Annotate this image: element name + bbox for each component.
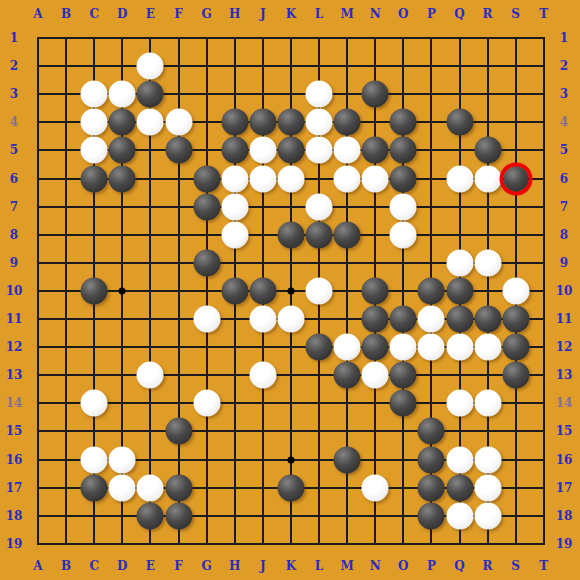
white-stone bbox=[418, 306, 445, 333]
black-stone bbox=[418, 277, 445, 304]
white-stone bbox=[474, 390, 501, 417]
black-stone bbox=[277, 474, 304, 501]
column-label-top: P bbox=[427, 8, 436, 20]
white-stone bbox=[81, 446, 108, 473]
row-label-right: 15 bbox=[556, 425, 573, 437]
black-stone bbox=[334, 446, 361, 473]
column-label-top: K bbox=[286, 8, 296, 20]
row-label-left: 1 bbox=[10, 32, 18, 44]
black-stone bbox=[221, 277, 248, 304]
white-stone bbox=[362, 474, 389, 501]
black-stone bbox=[418, 418, 445, 445]
column-label-top: N bbox=[370, 8, 381, 20]
white-stone bbox=[306, 109, 333, 136]
black-stone bbox=[474, 137, 501, 164]
row-label-right: 10 bbox=[556, 285, 573, 297]
black-stone bbox=[474, 306, 501, 333]
black-stone bbox=[390, 109, 417, 136]
black-stone bbox=[306, 334, 333, 361]
black-stone bbox=[418, 446, 445, 473]
white-stone bbox=[193, 306, 220, 333]
white-stone bbox=[249, 137, 276, 164]
black-stone bbox=[446, 277, 473, 304]
column-label-top: Q bbox=[454, 8, 464, 20]
black-stone bbox=[249, 109, 276, 136]
column-label-bottom: L bbox=[315, 560, 323, 572]
column-label-top: M bbox=[340, 8, 353, 20]
white-stone bbox=[165, 109, 192, 136]
black-stone bbox=[502, 334, 529, 361]
row-label-right: 13 bbox=[556, 369, 573, 381]
grid-line bbox=[37, 543, 545, 545]
black-stone bbox=[165, 418, 192, 445]
white-stone bbox=[474, 502, 501, 529]
black-stone bbox=[165, 137, 192, 164]
column-label-bottom: M bbox=[340, 560, 353, 572]
white-stone bbox=[474, 249, 501, 276]
star-point bbox=[287, 456, 294, 463]
column-label-top: F bbox=[174, 8, 183, 20]
row-label-left: 3 bbox=[10, 88, 18, 100]
column-label-bottom: S bbox=[511, 560, 520, 572]
column-label-bottom: O bbox=[398, 560, 408, 572]
row-label-left: 10 bbox=[6, 285, 23, 297]
column-label-bottom: B bbox=[61, 560, 71, 572]
white-stone bbox=[81, 109, 108, 136]
black-stone bbox=[446, 474, 473, 501]
white-stone bbox=[249, 362, 276, 389]
column-label-top: H bbox=[229, 8, 240, 20]
row-label-left: 4 bbox=[10, 116, 18, 128]
black-stone bbox=[390, 165, 417, 192]
star-point bbox=[119, 287, 126, 294]
white-stone bbox=[249, 306, 276, 333]
row-label-left: 18 bbox=[6, 510, 23, 522]
column-label-top: O bbox=[398, 8, 408, 20]
black-stone bbox=[418, 474, 445, 501]
column-label-bottom: D bbox=[117, 560, 127, 572]
white-stone bbox=[193, 390, 220, 417]
white-stone bbox=[109, 474, 136, 501]
column-label-top: C bbox=[89, 8, 99, 20]
column-label-bottom: Q bbox=[454, 560, 464, 572]
row-label-left: 6 bbox=[10, 173, 18, 185]
white-stone bbox=[334, 137, 361, 164]
black-stone bbox=[109, 137, 136, 164]
black-stone bbox=[193, 249, 220, 276]
row-label-right: 4 bbox=[560, 116, 568, 128]
black-stone bbox=[137, 502, 164, 529]
black-stone bbox=[502, 306, 529, 333]
black-stone bbox=[390, 306, 417, 333]
black-stone bbox=[502, 362, 529, 389]
column-label-top: D bbox=[117, 8, 127, 20]
white-stone bbox=[137, 109, 164, 136]
white-stone bbox=[277, 306, 304, 333]
black-stone bbox=[362, 277, 389, 304]
white-stone bbox=[306, 81, 333, 108]
column-label-bottom: F bbox=[174, 560, 183, 572]
column-label-top: E bbox=[146, 8, 155, 20]
row-label-left: 7 bbox=[10, 201, 18, 213]
white-stone bbox=[137, 362, 164, 389]
black-stone bbox=[193, 193, 220, 220]
row-label-left: 15 bbox=[6, 425, 23, 437]
white-stone bbox=[390, 334, 417, 361]
black-stone bbox=[446, 109, 473, 136]
row-label-right: 6 bbox=[560, 173, 568, 185]
grid-line bbox=[543, 37, 545, 545]
column-label-top: B bbox=[61, 8, 71, 20]
row-label-right: 16 bbox=[556, 454, 573, 466]
row-label-right: 7 bbox=[560, 201, 568, 213]
column-label-top: T bbox=[539, 8, 548, 20]
column-label-bottom: E bbox=[146, 560, 155, 572]
column-label-bottom: J bbox=[260, 560, 266, 572]
column-label-top: A bbox=[33, 8, 42, 20]
row-label-right: 1 bbox=[560, 32, 568, 44]
row-label-right: 8 bbox=[560, 229, 568, 241]
white-stone bbox=[109, 81, 136, 108]
white-stone bbox=[446, 446, 473, 473]
black-stone bbox=[165, 502, 192, 529]
black-stone bbox=[81, 474, 108, 501]
column-label-bottom: N bbox=[370, 560, 381, 572]
black-stone bbox=[109, 109, 136, 136]
white-stone bbox=[334, 165, 361, 192]
white-stone bbox=[109, 446, 136, 473]
row-label-left: 16 bbox=[6, 454, 23, 466]
white-stone bbox=[474, 165, 501, 192]
row-label-left: 13 bbox=[6, 369, 23, 381]
white-stone bbox=[446, 334, 473, 361]
column-label-bottom: C bbox=[89, 560, 99, 572]
row-label-left: 2 bbox=[10, 60, 18, 72]
white-stone bbox=[221, 221, 248, 248]
white-stone bbox=[137, 474, 164, 501]
white-stone bbox=[390, 221, 417, 248]
grid-line bbox=[37, 430, 545, 432]
black-stone bbox=[137, 81, 164, 108]
black-stone bbox=[390, 362, 417, 389]
white-stone bbox=[81, 390, 108, 417]
row-label-left: 12 bbox=[6, 341, 23, 353]
row-label-right: 19 bbox=[556, 538, 573, 550]
column-label-top: L bbox=[315, 8, 323, 20]
row-label-right: 2 bbox=[560, 60, 568, 72]
column-label-bottom: P bbox=[427, 560, 436, 572]
black-stone bbox=[306, 221, 333, 248]
black-stone bbox=[221, 109, 248, 136]
white-stone bbox=[474, 474, 501, 501]
white-stone bbox=[446, 390, 473, 417]
white-stone bbox=[502, 277, 529, 304]
row-label-left: 8 bbox=[10, 229, 18, 241]
black-stone bbox=[390, 390, 417, 417]
black-stone bbox=[109, 165, 136, 192]
black-stone bbox=[390, 137, 417, 164]
grid-line bbox=[37, 374, 545, 376]
column-label-bottom: K bbox=[286, 560, 296, 572]
row-label-right: 9 bbox=[560, 257, 568, 269]
column-label-top: R bbox=[483, 8, 493, 20]
white-stone bbox=[277, 165, 304, 192]
white-stone bbox=[249, 165, 276, 192]
black-stone bbox=[277, 137, 304, 164]
black-stone bbox=[334, 221, 361, 248]
black-stone bbox=[277, 221, 304, 248]
row-label-right: 17 bbox=[556, 482, 573, 494]
white-stone bbox=[334, 334, 361, 361]
column-label-bottom: A bbox=[33, 560, 42, 572]
column-label-bottom: H bbox=[229, 560, 240, 572]
black-stone bbox=[362, 81, 389, 108]
black-stone bbox=[362, 306, 389, 333]
black-stone bbox=[165, 474, 192, 501]
white-stone bbox=[221, 165, 248, 192]
black-stone bbox=[334, 109, 361, 136]
column-label-bottom: T bbox=[539, 560, 548, 572]
black-stone bbox=[362, 334, 389, 361]
black-stone bbox=[193, 165, 220, 192]
white-stone bbox=[306, 277, 333, 304]
row-label-left: 11 bbox=[6, 313, 23, 325]
go-board[interactable]: AABBCCDDEEFFGGHHJJKKLLMMNNOOPPQQRRSSTT11… bbox=[0, 0, 580, 580]
white-stone bbox=[418, 334, 445, 361]
white-stone bbox=[221, 193, 248, 220]
last-move-stone bbox=[503, 166, 528, 191]
row-label-right: 14 bbox=[556, 397, 573, 409]
black-stone bbox=[418, 502, 445, 529]
white-stone bbox=[474, 446, 501, 473]
black-stone bbox=[221, 137, 248, 164]
white-stone bbox=[81, 137, 108, 164]
white-stone bbox=[446, 249, 473, 276]
row-label-left: 19 bbox=[6, 538, 23, 550]
row-label-right: 12 bbox=[556, 341, 573, 353]
black-stone bbox=[277, 109, 304, 136]
white-stone bbox=[362, 165, 389, 192]
row-label-left: 5 bbox=[10, 144, 18, 156]
row-label-left: 14 bbox=[6, 397, 23, 409]
white-stone bbox=[306, 137, 333, 164]
white-stone bbox=[390, 193, 417, 220]
black-stone bbox=[81, 277, 108, 304]
white-stone bbox=[446, 165, 473, 192]
row-label-right: 5 bbox=[560, 144, 568, 156]
black-stone bbox=[446, 306, 473, 333]
column-label-top: J bbox=[260, 8, 266, 20]
column-label-top: G bbox=[201, 8, 211, 20]
white-stone bbox=[306, 193, 333, 220]
white-stone bbox=[446, 502, 473, 529]
white-stone bbox=[474, 334, 501, 361]
row-label-right: 11 bbox=[556, 313, 573, 325]
black-stone bbox=[81, 165, 108, 192]
row-label-right: 3 bbox=[560, 88, 568, 100]
black-stone bbox=[249, 277, 276, 304]
black-stone bbox=[362, 137, 389, 164]
white-stone bbox=[81, 81, 108, 108]
white-stone bbox=[362, 362, 389, 389]
column-label-bottom: R bbox=[483, 560, 493, 572]
column-label-bottom: G bbox=[201, 560, 211, 572]
row-label-left: 9 bbox=[10, 257, 18, 269]
column-label-top: S bbox=[511, 8, 520, 20]
black-stone bbox=[334, 362, 361, 389]
star-point bbox=[287, 287, 294, 294]
row-label-left: 17 bbox=[6, 482, 23, 494]
white-stone bbox=[137, 53, 164, 80]
row-label-right: 18 bbox=[556, 510, 573, 522]
